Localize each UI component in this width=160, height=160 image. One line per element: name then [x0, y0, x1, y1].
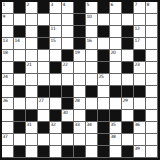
white-cell[interactable] — [26, 50, 38, 62]
white-cell[interactable] — [50, 14, 62, 26]
black-cell — [110, 110, 122, 122]
white-cell[interactable]: 30 — [62, 110, 74, 122]
white-cell[interactable]: 16 — [86, 38, 98, 50]
clue-number: 23 — [135, 62, 140, 67]
white-cell[interactable]: 33 — [74, 122, 86, 134]
white-cell[interactable] — [62, 74, 74, 86]
white-cell[interactable]: 11 — [50, 26, 62, 38]
white-cell[interactable] — [134, 134, 146, 146]
black-cell — [98, 110, 110, 122]
white-cell[interactable] — [110, 74, 122, 86]
clue-number: 29 — [123, 98, 128, 103]
white-cell[interactable]: 28 — [74, 98, 86, 110]
clue-number: 5 — [87, 2, 90, 7]
white-cell[interactable] — [110, 38, 122, 50]
white-cell[interactable] — [26, 14, 38, 26]
clue-number: 36 — [135, 122, 140, 127]
white-cell[interactable] — [62, 134, 74, 146]
white-cell[interactable]: 31 — [26, 122, 38, 134]
white-cell[interactable]: 32 — [50, 122, 62, 134]
white-cell[interactable] — [110, 14, 122, 26]
white-cell[interactable] — [2, 62, 14, 74]
white-cell[interactable] — [14, 74, 26, 86]
clue-number: 24 — [3, 74, 8, 79]
white-cell[interactable] — [146, 26, 158, 38]
white-cell[interactable] — [2, 110, 14, 122]
white-cell[interactable]: 4 — [62, 2, 74, 14]
black-cell — [62, 146, 74, 158]
black-cell — [50, 62, 62, 74]
white-cell[interactable] — [26, 134, 38, 146]
white-cell[interactable] — [62, 14, 74, 26]
clue-number: 4 — [63, 2, 66, 7]
clue-number: 26 — [3, 98, 8, 103]
white-cell[interactable] — [26, 146, 38, 158]
white-cell[interactable] — [74, 110, 86, 122]
white-cell[interactable]: 27 — [38, 98, 50, 110]
clue-number: 11 — [51, 26, 56, 31]
white-cell[interactable] — [86, 50, 98, 62]
white-cell[interactable] — [26, 38, 38, 50]
black-cell — [14, 110, 26, 122]
white-cell[interactable] — [26, 98, 38, 110]
white-cell[interactable] — [98, 38, 110, 50]
white-cell[interactable]: 7 — [134, 2, 146, 14]
clue-number: 37 — [3, 134, 8, 139]
white-cell[interactable] — [146, 14, 158, 26]
white-cell[interactable] — [134, 74, 146, 86]
clue-number: 33 — [75, 122, 80, 127]
white-cell[interactable] — [50, 134, 62, 146]
white-cell[interactable]: 14 — [14, 38, 26, 50]
white-cell[interactable] — [50, 98, 62, 110]
white-cell[interactable] — [122, 134, 134, 146]
clue-number: 17 — [135, 38, 140, 43]
clue-number: 34 — [87, 122, 92, 127]
white-cell[interactable]: 15 — [50, 38, 62, 50]
white-cell[interactable] — [146, 74, 158, 86]
black-cell — [26, 110, 38, 122]
black-cell — [74, 38, 86, 50]
white-cell[interactable] — [122, 50, 134, 62]
white-cell[interactable] — [74, 74, 86, 86]
black-cell — [62, 98, 74, 110]
black-cell — [14, 62, 26, 74]
white-cell[interactable] — [122, 110, 134, 122]
white-cell[interactable]: 22 — [62, 62, 74, 74]
white-cell[interactable] — [14, 98, 26, 110]
black-cell — [38, 86, 50, 98]
white-cell[interactable] — [38, 110, 50, 122]
black-cell — [14, 122, 26, 134]
white-cell[interactable] — [2, 86, 14, 98]
white-cell[interactable]: 35 — [110, 122, 122, 134]
black-cell — [50, 86, 62, 98]
clue-number: 9 — [3, 14, 6, 19]
black-cell — [122, 86, 134, 98]
white-cell[interactable] — [146, 110, 158, 122]
white-cell[interactable]: 5 — [86, 2, 98, 14]
white-cell[interactable] — [110, 146, 122, 158]
white-cell[interactable] — [98, 14, 110, 26]
black-cell — [122, 146, 134, 158]
black-cell — [98, 50, 110, 62]
white-cell[interactable]: 29 — [122, 98, 134, 110]
white-cell[interactable] — [38, 14, 50, 26]
white-cell[interactable] — [38, 62, 50, 74]
black-cell — [74, 2, 86, 14]
crossword-board: 1234567891011121314151617181920212223242… — [0, 0, 160, 160]
white-cell[interactable] — [86, 146, 98, 158]
white-cell[interactable] — [110, 98, 122, 110]
clue-number: 16 — [87, 38, 92, 43]
clue-number: 18 — [3, 50, 8, 55]
clue-number: 27 — [39, 98, 44, 103]
black-cell — [122, 122, 134, 134]
clue-number: 13 — [3, 38, 8, 43]
black-cell — [14, 146, 26, 158]
black-cell — [74, 146, 86, 158]
black-cell — [86, 86, 98, 98]
white-cell[interactable]: 17 — [134, 38, 146, 50]
white-cell[interactable] — [50, 146, 62, 158]
black-cell — [98, 122, 110, 134]
white-cell[interactable] — [50, 74, 62, 86]
white-cell[interactable]: 25 — [98, 74, 110, 86]
black-cell — [122, 2, 134, 14]
white-cell[interactable]: 36 — [134, 122, 146, 134]
white-cell[interactable] — [134, 98, 146, 110]
black-cell — [134, 110, 146, 122]
black-cell — [38, 122, 50, 134]
clue-number: 28 — [75, 98, 80, 103]
white-cell[interactable] — [122, 14, 134, 26]
white-cell[interactable] — [98, 86, 110, 98]
white-cell[interactable]: 24 — [2, 74, 14, 86]
black-cell — [86, 110, 98, 122]
black-cell — [98, 134, 110, 146]
white-cell[interactable] — [26, 86, 38, 98]
white-cell[interactable]: 37 — [2, 134, 14, 146]
black-cell — [98, 62, 110, 74]
black-cell — [14, 2, 26, 14]
white-cell[interactable]: 2 — [26, 2, 38, 14]
black-cell — [134, 86, 146, 98]
black-cell — [14, 86, 26, 98]
white-cell[interactable] — [146, 134, 158, 146]
white-cell[interactable] — [14, 14, 26, 26]
white-cell[interactable] — [62, 26, 74, 38]
clue-number: 7 — [135, 2, 138, 7]
clue-number: 20 — [111, 50, 116, 55]
black-cell — [50, 110, 62, 122]
white-cell[interactable] — [110, 26, 122, 38]
white-cell[interactable] — [50, 50, 62, 62]
white-cell[interactable]: 6 — [110, 2, 122, 14]
white-cell[interactable] — [2, 122, 14, 134]
clue-number: 31 — [27, 122, 32, 127]
black-cell — [98, 2, 110, 14]
white-cell[interactable] — [62, 38, 74, 50]
clue-number: 6 — [111, 2, 114, 7]
white-cell[interactable] — [110, 62, 122, 74]
white-cell[interactable] — [86, 134, 98, 146]
white-cell[interactable] — [86, 26, 98, 38]
clue-number: 8 — [147, 2, 150, 7]
black-cell — [122, 62, 134, 74]
white-cell[interactable] — [146, 146, 158, 158]
white-cell[interactable] — [26, 26, 38, 38]
white-cell[interactable]: 8 — [146, 2, 158, 14]
white-cell[interactable] — [38, 50, 50, 62]
black-cell — [38, 146, 50, 158]
white-cell[interactable] — [146, 98, 158, 110]
white-cell[interactable]: 10 — [86, 14, 98, 26]
white-cell[interactable]: 26 — [2, 98, 14, 110]
clue-number: 38 — [111, 134, 116, 139]
white-cell[interactable] — [146, 86, 158, 98]
white-cell[interactable]: 20 — [110, 50, 122, 62]
clue-number: 1 — [3, 2, 6, 7]
clue-number: 3 — [51, 2, 54, 7]
white-cell[interactable] — [14, 50, 26, 62]
black-cell — [62, 86, 74, 98]
white-cell[interactable] — [38, 134, 50, 146]
black-cell — [74, 26, 86, 38]
clue-number: 14 — [15, 38, 20, 43]
white-cell[interactable] — [146, 62, 158, 74]
clue-number: 19 — [75, 50, 80, 55]
white-cell[interactable]: 34 — [86, 122, 98, 134]
black-cell — [122, 26, 134, 38]
clue-number: 12 — [135, 26, 140, 31]
clue-number: 15 — [51, 38, 56, 43]
black-cell — [110, 86, 122, 98]
white-cell[interactable] — [146, 38, 158, 50]
white-cell[interactable] — [38, 74, 50, 86]
clue-number: 35 — [111, 122, 116, 127]
white-cell[interactable] — [74, 134, 86, 146]
black-cell — [122, 38, 134, 50]
clue-number: 39 — [135, 146, 140, 151]
white-cell[interactable] — [2, 146, 14, 158]
white-cell[interactable]: 19 — [74, 50, 86, 62]
black-cell — [98, 146, 110, 158]
black-cell — [38, 2, 50, 14]
black-cell — [38, 38, 50, 50]
white-cell[interactable] — [2, 26, 14, 38]
white-cell[interactable]: 9 — [2, 14, 14, 26]
white-cell[interactable] — [134, 14, 146, 26]
white-cell[interactable]: 18 — [2, 50, 14, 62]
white-cell[interactable] — [26, 74, 38, 86]
white-cell[interactable]: 38 — [110, 134, 122, 146]
black-cell — [98, 26, 110, 38]
black-cell — [62, 50, 74, 62]
crossword-diagram: 1234567891011121314151617181920212223242… — [0, 0, 160, 160]
white-cell[interactable]: 1 — [2, 2, 14, 14]
black-cell — [62, 122, 74, 134]
black-cell — [134, 50, 146, 62]
white-cell[interactable]: 23 — [134, 62, 146, 74]
white-cell[interactable]: 3 — [50, 2, 62, 14]
white-cell[interactable]: 13 — [2, 38, 14, 50]
black-cell — [38, 26, 50, 38]
white-cell[interactable] — [146, 50, 158, 62]
white-cell[interactable] — [86, 62, 98, 74]
white-cell[interactable] — [74, 86, 86, 98]
white-cell[interactable]: 21 — [26, 62, 38, 74]
white-cell[interactable] — [86, 74, 98, 86]
clue-number: 30 — [63, 110, 68, 115]
white-cell[interactable] — [86, 98, 98, 110]
white-cell[interactable] — [98, 98, 110, 110]
clue-number: 32 — [51, 122, 56, 127]
white-cell[interactable] — [146, 122, 158, 134]
black-cell — [74, 14, 86, 26]
white-cell[interactable]: 39 — [134, 146, 146, 158]
clue-number: 22 — [63, 62, 68, 67]
clue-number: 10 — [87, 14, 92, 19]
black-cell — [14, 26, 26, 38]
white-cell[interactable] — [122, 74, 134, 86]
white-cell[interactable] — [14, 134, 26, 146]
clue-number: 2 — [27, 2, 30, 7]
white-cell[interactable]: 12 — [134, 26, 146, 38]
clue-number: 25 — [99, 74, 104, 79]
clue-number: 21 — [27, 62, 32, 67]
white-cell[interactable] — [74, 62, 86, 74]
